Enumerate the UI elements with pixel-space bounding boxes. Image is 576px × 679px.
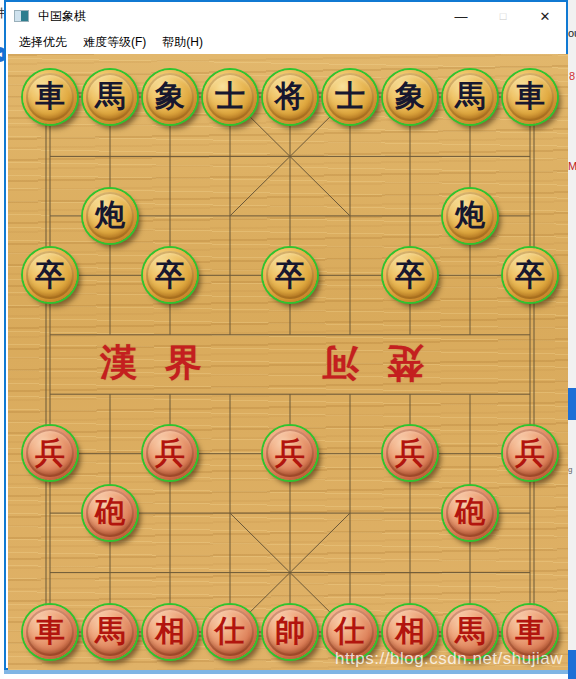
close-button[interactable]: ✕: [524, 2, 566, 30]
piece-red-horse[interactable]: 馬: [83, 605, 137, 659]
piece-black-horse[interactable]: 馬: [443, 70, 497, 124]
screen: 件 ◄ ou 8 M g 中国象棋 — □ ✕ 选择优先 难度等级(F) 帮助(…: [0, 0, 576, 679]
xiangqi-board[interactable]: 漢 界 楚 河 車馬象士将士象馬車炮炮卒卒卒卒卒兵兵兵兵兵砲砲車馬相仕帥仕相馬車…: [8, 54, 568, 670]
watermark-url: https://blog.csdn.net/shujiaw: [335, 649, 563, 669]
piece-black-soldier[interactable]: 卒: [143, 248, 197, 302]
piece-black-chariot[interactable]: 車: [23, 70, 77, 124]
piece-black-soldier[interactable]: 卒: [503, 248, 557, 302]
background-text-fragment: M: [568, 160, 576, 172]
piece-red-soldier[interactable]: 兵: [383, 426, 437, 480]
piece-black-general[interactable]: 将: [263, 70, 317, 124]
window-controls: — □ ✕: [440, 2, 566, 30]
piece-red-advisor[interactable]: 仕: [203, 605, 257, 659]
piece-black-elephant[interactable]: 象: [143, 70, 197, 124]
piece-red-cannon[interactable]: 砲: [83, 486, 137, 540]
background-right-sliver: ou 8 M g: [568, 0, 576, 679]
piece-red-elephant[interactable]: 相: [143, 605, 197, 659]
piece-red-general[interactable]: 帥: [263, 605, 317, 659]
piece-black-soldier[interactable]: 卒: [263, 248, 317, 302]
pieces-layer: 車馬象士将士象馬車炮炮卒卒卒卒卒兵兵兵兵兵砲砲車馬相仕帥仕相馬車: [20, 67, 560, 662]
piece-black-horse[interactable]: 馬: [83, 70, 137, 124]
window-bottom-shadow: [4, 670, 568, 674]
menu-bar: 选择优先 难度等级(F) 帮助(H): [6, 30, 566, 54]
app-icon: [14, 10, 29, 22]
background-text-fragment: 8: [569, 70, 575, 82]
background-blue-block: [568, 650, 576, 679]
xiangqi-window: 中国象棋 — □ ✕ 选择优先 难度等级(F) 帮助(H): [4, 0, 568, 670]
minimize-button[interactable]: —: [440, 2, 482, 30]
piece-black-soldier[interactable]: 卒: [383, 248, 437, 302]
background-text-fragment: ou: [568, 27, 576, 39]
piece-black-chariot[interactable]: 車: [503, 70, 557, 124]
piece-red-soldier[interactable]: 兵: [143, 426, 197, 480]
piece-red-soldier[interactable]: 兵: [503, 426, 557, 480]
piece-red-chariot[interactable]: 車: [23, 605, 77, 659]
piece-black-advisor[interactable]: 士: [203, 70, 257, 124]
piece-black-soldier[interactable]: 卒: [23, 248, 77, 302]
piece-red-cannon[interactable]: 砲: [443, 486, 497, 540]
background-text-fragment: g: [568, 465, 572, 474]
piece-red-soldier[interactable]: 兵: [263, 426, 317, 480]
piece-black-cannon[interactable]: 炮: [83, 189, 137, 243]
piece-black-advisor[interactable]: 士: [323, 70, 377, 124]
piece-red-soldier[interactable]: 兵: [23, 426, 77, 480]
piece-black-elephant[interactable]: 象: [383, 70, 437, 124]
window-title: 中国象棋: [38, 8, 86, 25]
maximize-button[interactable]: □: [482, 2, 524, 30]
menu-item-choose-first[interactable]: 选择优先: [11, 31, 75, 54]
menu-item-help[interactable]: 帮助(H): [154, 31, 211, 54]
piece-black-cannon[interactable]: 炮: [443, 189, 497, 243]
scrollbar-thumb[interactable]: [568, 388, 576, 420]
title-bar[interactable]: 中国象棋 — □ ✕: [6, 2, 566, 30]
menu-item-difficulty[interactable]: 难度等级(F): [75, 31, 154, 54]
